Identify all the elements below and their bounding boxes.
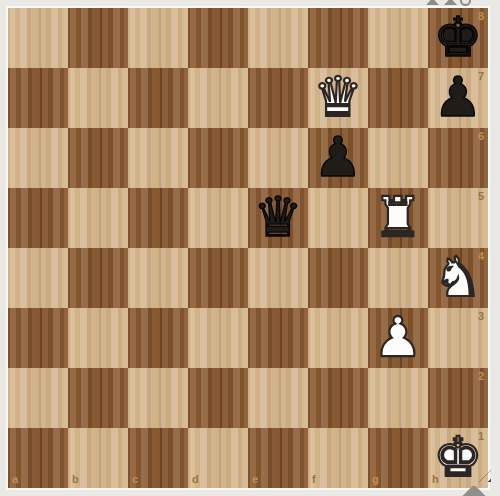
square-h4[interactable]: 4♞: [428, 248, 488, 308]
chess-board: 8♚♛7♟♟6♛♜54♞♟32abcdefg1h♚: [8, 8, 488, 488]
square-h2[interactable]: 2: [428, 368, 488, 428]
piece-black-pawn[interactable]: ♟: [428, 68, 488, 128]
piece-black-pawn[interactable]: ♟: [308, 128, 368, 188]
piece-white-rook[interactable]: ♜: [368, 188, 428, 248]
square-f6[interactable]: ♟: [308, 128, 368, 188]
square-c2[interactable]: [128, 368, 188, 428]
rank-label-5: 5: [478, 191, 484, 202]
square-a2[interactable]: [8, 368, 68, 428]
square-g5[interactable]: ♜: [368, 188, 428, 248]
square-d7[interactable]: [188, 68, 248, 128]
square-d5[interactable]: [188, 188, 248, 248]
captured-pawn-icon: [444, 0, 457, 5]
rank-label-3: 3: [478, 311, 484, 322]
square-d6[interactable]: [188, 128, 248, 188]
square-d3[interactable]: [188, 308, 248, 368]
square-e6[interactable]: [248, 128, 308, 188]
cropped-top-icons: [423, 0, 483, 6]
square-h7[interactable]: 7♟: [428, 68, 488, 128]
square-e2[interactable]: [248, 368, 308, 428]
square-d1[interactable]: d: [188, 428, 248, 488]
square-b5[interactable]: [68, 188, 128, 248]
square-c4[interactable]: [128, 248, 188, 308]
square-a4[interactable]: [8, 248, 68, 308]
square-b3[interactable]: [68, 308, 128, 368]
square-g4[interactable]: [368, 248, 428, 308]
square-f7[interactable]: ♛: [308, 68, 368, 128]
square-e3[interactable]: [248, 308, 308, 368]
piece-black-king[interactable]: ♚: [428, 8, 488, 68]
piece-white-queen[interactable]: ♛: [308, 68, 368, 128]
square-g6[interactable]: [368, 128, 428, 188]
square-d4[interactable]: [188, 248, 248, 308]
square-g8[interactable]: [368, 8, 428, 68]
file-label-g: g: [372, 474, 379, 485]
square-a3[interactable]: [8, 308, 68, 368]
square-g7[interactable]: [368, 68, 428, 128]
piece-white-pawn[interactable]: ♟: [368, 308, 428, 368]
square-c1[interactable]: c: [128, 428, 188, 488]
square-e1[interactable]: e: [248, 428, 308, 488]
square-f1[interactable]: f: [308, 428, 368, 488]
square-c8[interactable]: [128, 8, 188, 68]
square-g3[interactable]: ♟: [368, 308, 428, 368]
square-g2[interactable]: [368, 368, 428, 428]
square-f4[interactable]: [308, 248, 368, 308]
file-label-e: e: [252, 474, 258, 485]
square-h8[interactable]: 8♚: [428, 8, 488, 68]
square-c7[interactable]: [128, 68, 188, 128]
square-b8[interactable]: [68, 8, 128, 68]
square-b6[interactable]: [68, 128, 128, 188]
square-c3[interactable]: [128, 308, 188, 368]
square-h3[interactable]: 3: [428, 308, 488, 368]
square-e5[interactable]: ♛: [248, 188, 308, 248]
piece-white-knight[interactable]: ♞: [428, 248, 488, 308]
file-label-a: a: [12, 474, 18, 485]
square-c5[interactable]: [128, 188, 188, 248]
square-a1[interactable]: a: [8, 428, 68, 488]
square-f5[interactable]: [308, 188, 368, 248]
file-label-b: b: [72, 474, 79, 485]
square-h1[interactable]: 1h♚: [428, 428, 488, 488]
square-f3[interactable]: [308, 308, 368, 368]
rank-label-2: 2: [478, 371, 484, 382]
piece-white-king[interactable]: ♚: [428, 428, 488, 488]
square-b2[interactable]: [68, 368, 128, 428]
square-c6[interactable]: [128, 128, 188, 188]
square-d2[interactable]: [188, 368, 248, 428]
square-a6[interactable]: [8, 128, 68, 188]
chess-board-frame: 8♚♛7♟♟6♛♜54♞♟32abcdefg1h♚: [6, 6, 490, 490]
square-h6[interactable]: 6: [428, 128, 488, 188]
square-e7[interactable]: [248, 68, 308, 128]
captured-pawn-icon: [426, 0, 439, 5]
file-label-c: c: [132, 474, 138, 485]
file-label-d: d: [192, 474, 199, 485]
square-b4[interactable]: [68, 248, 128, 308]
counter-circle-icon: [460, 0, 471, 6]
square-f2[interactable]: [308, 368, 368, 428]
square-g1[interactable]: g: [368, 428, 428, 488]
square-a7[interactable]: [8, 68, 68, 128]
piece-black-queen[interactable]: ♛: [248, 188, 308, 248]
square-e8[interactable]: [248, 8, 308, 68]
square-a5[interactable]: [8, 188, 68, 248]
square-e4[interactable]: [248, 248, 308, 308]
page-background: 8♚♛7♟♟6♛♜54♞♟32abcdefg1h♚: [0, 0, 500, 496]
square-b7[interactable]: [68, 68, 128, 128]
square-a8[interactable]: [8, 8, 68, 68]
square-d8[interactable]: [188, 8, 248, 68]
square-b1[interactable]: b: [68, 428, 128, 488]
square-f8[interactable]: [308, 8, 368, 68]
rank-label-6: 6: [478, 131, 484, 142]
square-h5[interactable]: 5: [428, 188, 488, 248]
file-label-f: f: [312, 474, 316, 485]
